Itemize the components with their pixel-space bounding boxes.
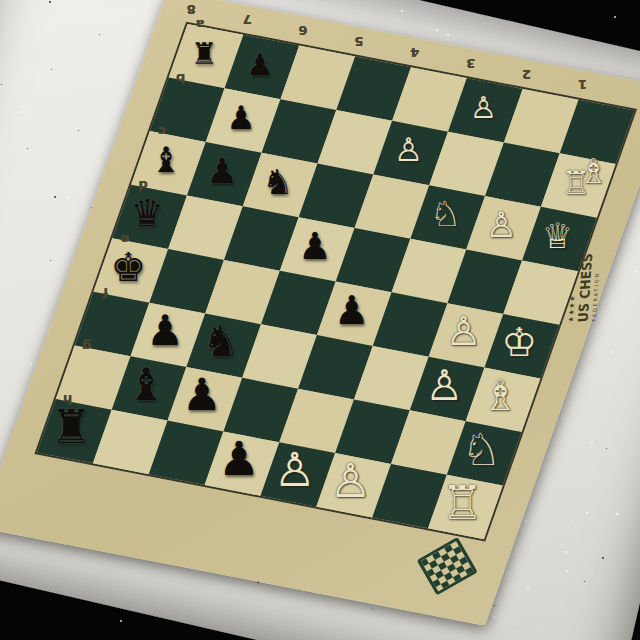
us-chess-wordmark: ★★★★ US CHESS FEDERATION xyxy=(567,293,599,323)
black-pawn-a7[interactable]: ♟ xyxy=(246,49,273,79)
noise-speck xyxy=(21,111,23,113)
white-pawn-c2[interactable]: ♙ xyxy=(485,208,516,243)
noise-speck xyxy=(614,16,616,18)
white-queen-c1[interactable]: ♕ xyxy=(541,218,572,253)
white-pawn-e2[interactable]: ♙ xyxy=(445,312,480,352)
black-knight-c6[interactable]: ♞ xyxy=(262,164,293,199)
black-knight-f6[interactable]: ♞ xyxy=(202,321,240,363)
noise-speck xyxy=(582,35,583,36)
black-pawn-c7[interactable]: ♟ xyxy=(206,153,237,188)
white-knight-c3[interactable]: ♘ xyxy=(430,197,461,232)
white-bishop-f1[interactable]: ♗ xyxy=(481,375,519,417)
white-pawn-b4[interactable]: ♙ xyxy=(394,134,423,166)
noise-speck xyxy=(78,130,79,131)
black-pawn-d5[interactable]: ♟ xyxy=(298,227,331,264)
black-pawn-g6[interactable]: ♟ xyxy=(182,373,222,417)
noise-speck xyxy=(49,1,51,3)
black-pawn-b7[interactable]: ♟ xyxy=(226,101,255,133)
white-pawn-f2[interactable]: ♙ xyxy=(425,364,463,406)
black-bishop-g7[interactable]: ♝ xyxy=(126,362,166,406)
noise-speck xyxy=(591,441,593,443)
noise-speck xyxy=(127,19,128,20)
white-king-e1[interactable]: ♔ xyxy=(501,323,536,363)
noise-speck xyxy=(616,513,618,515)
white-rook-h1[interactable]: ♖ xyxy=(441,479,483,526)
noise-speck xyxy=(481,17,482,18)
noise-speck xyxy=(554,521,555,522)
noise-speck xyxy=(66,197,68,199)
noise-speck xyxy=(602,557,604,559)
noise-speck xyxy=(611,351,613,353)
white-pawn-h3[interactable]: ♙ xyxy=(329,458,371,505)
noise-speck xyxy=(493,616,495,618)
noise-speck xyxy=(517,624,518,625)
noise-speck xyxy=(557,434,558,435)
black-pawn-h5[interactable]: ♟ xyxy=(218,436,260,483)
noise-speck xyxy=(0,589,1,590)
noise-speck xyxy=(556,28,558,30)
white-pawn-a3[interactable]: ♙ xyxy=(470,92,497,122)
white-pawn-h4[interactable]: ♙ xyxy=(273,447,315,494)
captured-white-bishop[interactable]: ♗ xyxy=(578,151,608,191)
noise-speck xyxy=(611,36,612,37)
noise-speck xyxy=(509,562,510,563)
black-pawn-f7[interactable]: ♟ xyxy=(146,310,184,352)
noise-speck xyxy=(527,586,529,588)
white-knight-g1[interactable]: ♘ xyxy=(461,427,501,471)
black-pawn-e4[interactable]: ♟ xyxy=(334,290,369,330)
noise-speck xyxy=(120,620,122,622)
